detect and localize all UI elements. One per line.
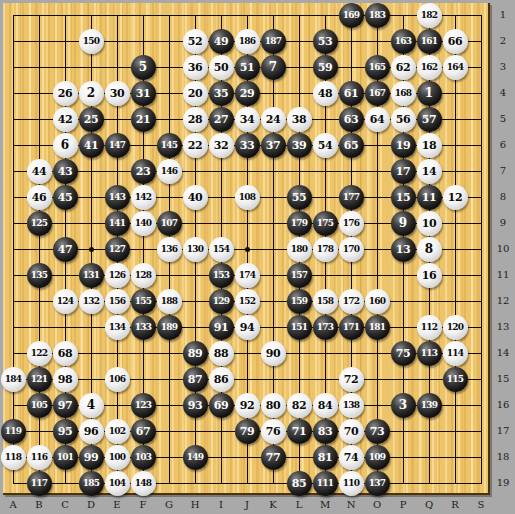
stone-171-black[interactable]: 171 [339,315,364,340]
column-label-I: I [210,499,232,510]
stone-50-white[interactable]: 50 [209,55,234,80]
stone-75-black[interactable]: 75 [391,341,416,366]
stone-98-white[interactable]: 98 [53,367,78,392]
row-label-19: 19 [492,477,514,489]
stone-100-white[interactable]: 100 [105,445,130,470]
stone-23-black[interactable]: 23 [131,159,156,184]
stone-128-white[interactable]: 128 [131,263,156,288]
stone-106-white[interactable]: 106 [105,367,130,392]
stone-189-black[interactable]: 189 [157,315,182,340]
stone-112-white[interactable]: 112 [417,315,442,340]
stone-168-white[interactable]: 168 [391,81,416,106]
stone-180-white[interactable]: 180 [287,237,312,262]
stone-107-black[interactable]: 107 [157,211,182,236]
stone-125-black[interactable]: 125 [27,211,52,236]
stone-67-black[interactable]: 67 [131,419,156,444]
stone-174-white[interactable]: 174 [235,263,260,288]
stone-123-black[interactable]: 123 [131,393,156,418]
stone-154-white[interactable]: 154 [209,237,234,262]
stone-93-black[interactable]: 93 [183,393,208,418]
stone-7-black[interactable]: 7 [261,55,286,80]
stone-34-white[interactable]: 34 [235,107,260,132]
stone-52-white[interactable]: 52 [183,29,208,54]
stone-114-white[interactable]: 114 [443,341,468,366]
row-label-15: 15 [492,373,514,385]
stone-139-black[interactable]: 139 [417,393,442,418]
stone-97-black[interactable]: 97 [53,393,78,418]
stone-21-black[interactable]: 21 [131,107,156,132]
stone-49-black[interactable]: 49 [209,29,234,54]
row-label-16: 16 [492,399,514,411]
stone-84-white[interactable]: 84 [313,393,338,418]
row-label-11: 11 [492,269,514,281]
stone-54-white[interactable]: 54 [313,133,338,158]
stone-80-white[interactable]: 80 [261,393,286,418]
stone-42-white[interactable]: 42 [53,107,78,132]
column-label-J: J [236,499,258,510]
stone-178-white[interactable]: 178 [313,237,338,262]
stone-22-white[interactable]: 22 [183,133,208,158]
column-label-G: G [158,499,180,510]
stone-25-black[interactable]: 25 [79,107,104,132]
stone-38-white[interactable]: 38 [287,107,312,132]
stone-4-white[interactable]: 4 [79,393,104,418]
stone-39-black[interactable]: 39 [287,133,312,158]
stone-115-black[interactable]: 115 [443,367,468,392]
stone-165-black[interactable]: 165 [365,55,390,80]
stone-177-black[interactable]: 177 [339,185,364,210]
stone-147-black[interactable]: 147 [105,133,130,158]
stone-161-black[interactable]: 161 [417,29,442,54]
row-label-12: 12 [492,295,514,307]
column-label-L: L [288,499,310,510]
stone-77-black[interactable]: 77 [261,445,286,470]
stone-47-black[interactable]: 47 [53,237,78,262]
stone-9-black[interactable]: 9 [391,211,416,236]
stone-43-black[interactable]: 43 [53,159,78,184]
column-label-E: E [106,499,128,510]
stone-141-black[interactable]: 141 [105,211,130,236]
stone-71-black[interactable]: 71 [287,419,312,444]
stone-102-white[interactable]: 102 [105,419,130,444]
stone-65-black[interactable]: 65 [339,133,364,158]
star-point [89,247,94,252]
stone-35-black[interactable]: 35 [209,81,234,106]
stone-101-black[interactable]: 101 [53,445,78,470]
stone-117-black[interactable]: 117 [27,471,52,496]
stone-184-white[interactable]: 184 [1,367,26,392]
stone-118-white[interactable]: 118 [1,445,26,470]
column-label-H: H [184,499,206,510]
stone-40-white[interactable]: 40 [183,185,208,210]
stone-83-black[interactable]: 83 [313,419,338,444]
star-point [245,247,250,252]
stone-143-black[interactable]: 143 [105,185,130,210]
stone-81-black[interactable]: 81 [313,445,338,470]
stone-41-black[interactable]: 41 [79,133,104,158]
stone-152-white[interactable]: 152 [235,289,260,314]
stone-76-white[interactable]: 76 [261,419,286,444]
row-label-2: 2 [492,35,514,47]
stone-136-white[interactable]: 136 [157,237,182,262]
stone-169-black[interactable]: 169 [339,3,364,28]
stone-140-white[interactable]: 140 [131,211,156,236]
stone-62-white[interactable]: 62 [391,55,416,80]
stone-13-black[interactable]: 13 [391,237,416,262]
column-label-A: A [2,499,24,510]
stone-32-white[interactable]: 32 [209,133,234,158]
stone-64-white[interactable]: 64 [365,107,390,132]
stone-164-white[interactable]: 164 [443,55,468,80]
stone-10-white[interactable]: 10 [417,211,442,236]
stone-3-black[interactable]: 3 [391,393,416,418]
row-label-9: 9 [492,217,514,229]
stone-182-white[interactable]: 182 [417,3,442,28]
stone-138-white[interactable]: 138 [339,393,364,418]
stone-33-black[interactable]: 33 [235,133,260,158]
stone-1-black[interactable]: 1 [417,81,442,106]
stone-89-black[interactable]: 89 [183,341,208,366]
stone-82-white[interactable]: 82 [287,393,312,418]
column-label-K: K [262,499,284,510]
stone-88-white[interactable]: 88 [209,341,234,366]
stone-68-white[interactable]: 68 [53,341,78,366]
stone-96-white[interactable]: 96 [79,419,104,444]
stone-187-black[interactable]: 187 [261,29,286,54]
stone-55-black[interactable]: 55 [287,185,312,210]
stone-116-white[interactable]: 116 [27,445,52,470]
row-label-3: 3 [492,61,514,73]
stone-129-black[interactable]: 129 [209,289,234,314]
stone-148-white[interactable]: 148 [131,471,156,496]
stone-46-white[interactable]: 46 [27,185,52,210]
stone-66-white[interactable]: 66 [443,29,468,54]
stone-108-white[interactable]: 108 [235,185,260,210]
stone-142-white[interactable]: 142 [131,185,156,210]
stone-121-black[interactable]: 121 [27,367,52,392]
stone-24-white[interactable]: 24 [261,107,286,132]
row-label-7: 7 [492,165,514,177]
stone-79-black[interactable]: 79 [235,419,260,444]
column-label-S: S [470,499,492,510]
stone-109-black[interactable]: 109 [365,445,390,470]
stone-36-white[interactable]: 36 [183,55,208,80]
stone-28-white[interactable]: 28 [183,107,208,132]
column-label-R: R [444,499,466,510]
stone-122-white[interactable]: 122 [27,341,52,366]
stone-70-white[interactable]: 70 [339,419,364,444]
stone-17-black[interactable]: 17 [391,159,416,184]
stone-14-white[interactable]: 14 [417,159,442,184]
stone-61-black[interactable]: 61 [339,81,364,106]
stone-131-black[interactable]: 131 [79,263,104,288]
stone-183-black[interactable]: 183 [365,3,390,28]
stone-133-black[interactable]: 133 [131,315,156,340]
stone-44-white[interactable]: 44 [27,159,52,184]
stone-91-black[interactable]: 91 [209,315,234,340]
column-label-D: D [80,499,102,510]
stone-170-white[interactable]: 170 [339,237,364,262]
stone-186-white[interactable]: 186 [235,29,260,54]
column-label-N: N [340,499,362,510]
stone-159-black[interactable]: 159 [287,289,312,314]
stone-8-white[interactable]: 8 [417,237,442,262]
stone-86-white[interactable]: 86 [209,367,234,392]
stone-74-white[interactable]: 74 [339,445,364,470]
row-label-13: 13 [492,321,514,333]
column-label-O: O [366,499,388,510]
stone-30-white[interactable]: 30 [105,81,130,106]
stone-37-black[interactable]: 37 [261,133,286,158]
stone-145-black[interactable]: 145 [157,133,182,158]
stone-134-white[interactable]: 134 [105,315,130,340]
stone-85-black[interactable]: 85 [287,471,312,496]
stone-53-black[interactable]: 53 [313,29,338,54]
stone-185-black[interactable]: 185 [79,471,104,496]
stone-94-white[interactable]: 94 [235,315,260,340]
column-label-P: P [392,499,414,510]
stone-99-black[interactable]: 99 [79,445,104,470]
row-label-5: 5 [492,113,514,125]
row-label-8: 8 [492,191,514,203]
stone-27-black[interactable]: 27 [209,107,234,132]
stone-59-black[interactable]: 59 [313,55,338,80]
column-label-Q: Q [418,499,440,510]
column-label-F: F [132,499,154,510]
stone-146-white[interactable]: 146 [157,159,182,184]
stone-181-black[interactable]: 181 [365,315,390,340]
stone-18-white[interactable]: 18 [417,133,442,158]
stone-16-white[interactable]: 16 [417,263,442,288]
stone-158-white[interactable]: 158 [313,289,338,314]
stone-63-black[interactable]: 63 [339,107,364,132]
stone-179-black[interactable]: 179 [287,211,312,236]
stone-57-black[interactable]: 57 [417,107,442,132]
stone-95-black[interactable]: 95 [53,419,78,444]
stone-176-white[interactable]: 176 [339,211,364,236]
stone-11-black[interactable]: 11 [417,185,442,210]
stone-137-black[interactable]: 137 [365,471,390,496]
stone-111-black[interactable]: 111 [313,471,338,496]
row-label-6: 6 [492,139,514,151]
stone-151-black[interactable]: 151 [287,315,312,340]
column-label-M: M [314,499,336,510]
stone-31-black[interactable]: 31 [131,81,156,106]
stone-149-black[interactable]: 149 [183,445,208,470]
stone-2-white[interactable]: 2 [79,81,104,106]
row-label-14: 14 [492,347,514,359]
stone-6-white[interactable]: 6 [53,133,78,158]
stone-175-black[interactable]: 175 [313,211,338,236]
go-game-diagram: 1691831821505249186187531631616653650517… [0,0,515,514]
stone-56-white[interactable]: 56 [391,107,416,132]
row-label-1: 1 [492,9,514,21]
stone-127-black[interactable]: 127 [105,237,130,262]
stone-163-black[interactable]: 163 [391,29,416,54]
stone-87-black[interactable]: 87 [183,367,208,392]
row-label-4: 4 [492,87,514,99]
stone-156-white[interactable]: 156 [105,289,130,314]
stone-113-black[interactable]: 113 [417,341,442,366]
stone-119-black[interactable]: 119 [1,419,26,444]
stone-12-white[interactable]: 12 [443,185,468,210]
stone-5-black[interactable]: 5 [131,55,156,80]
stone-153-black[interactable]: 153 [209,263,234,288]
stone-51-black[interactable]: 51 [235,55,260,80]
stone-130-white[interactable]: 130 [183,237,208,262]
stone-132-white[interactable]: 132 [79,289,104,314]
column-label-B: B [28,499,50,510]
column-label-C: C [54,499,76,510]
stone-160-white[interactable]: 160 [365,289,390,314]
stone-126-white[interactable]: 126 [105,263,130,288]
row-label-18: 18 [492,451,514,463]
stone-150-white[interactable]: 150 [79,29,104,54]
stone-69-black[interactable]: 69 [209,393,234,418]
stone-48-white[interactable]: 48 [313,81,338,106]
stone-155-black[interactable]: 155 [131,289,156,314]
stone-162-white[interactable]: 162 [417,55,442,80]
stone-120-white[interactable]: 120 [443,315,468,340]
row-label-17: 17 [492,425,514,437]
stone-19-black[interactable]: 19 [391,133,416,158]
stone-105-black[interactable]: 105 [27,393,52,418]
stone-167-black[interactable]: 167 [365,81,390,106]
stone-20-white[interactable]: 20 [183,81,208,106]
stone-29-black[interactable]: 29 [235,81,260,106]
stone-173-black[interactable]: 173 [313,315,338,340]
stone-124-white[interactable]: 124 [53,289,78,314]
stone-45-black[interactable]: 45 [53,185,78,210]
stone-103-black[interactable]: 103 [131,445,156,470]
stone-172-white[interactable]: 172 [339,289,364,314]
stone-135-black[interactable]: 135 [27,263,52,288]
stone-104-white[interactable]: 104 [105,471,130,496]
stone-92-white[interactable]: 92 [235,393,260,418]
stone-15-black[interactable]: 15 [391,185,416,210]
stone-188-white[interactable]: 188 [157,289,182,314]
stone-73-black[interactable]: 73 [365,419,390,444]
stone-157-black[interactable]: 157 [287,263,312,288]
row-label-10: 10 [492,243,514,255]
stone-26-white[interactable]: 26 [53,81,78,106]
stone-90-white[interactable]: 90 [261,341,286,366]
stone-72-white[interactable]: 72 [339,367,364,392]
stone-110-white[interactable]: 110 [339,471,364,496]
